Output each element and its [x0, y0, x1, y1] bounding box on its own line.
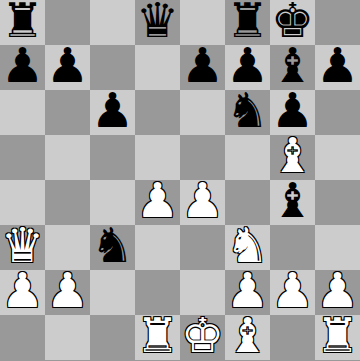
square-g2[interactable]: ♟	[270, 270, 315, 315]
white-rook-piece[interactable]: ♜	[136, 313, 179, 358]
square-b1[interactable]	[45, 315, 90, 360]
black-pawn-piece[interactable]: ♟	[91, 88, 134, 133]
square-c6[interactable]: ♟	[90, 90, 135, 135]
square-h5[interactable]	[315, 135, 360, 180]
square-b7[interactable]: ♟	[45, 45, 90, 90]
square-h4[interactable]	[315, 180, 360, 225]
square-f6[interactable]: ♞	[225, 90, 270, 135]
square-d4[interactable]: ♟	[135, 180, 180, 225]
square-a5[interactable]	[0, 135, 45, 180]
square-a2[interactable]: ♟	[0, 270, 45, 315]
white-king-piece[interactable]: ♚	[181, 313, 224, 358]
square-d6[interactable]	[135, 90, 180, 135]
square-e3[interactable]	[180, 225, 225, 270]
square-g4[interactable]: ♝	[270, 180, 315, 225]
black-knight-piece[interactable]: ♞	[226, 88, 269, 133]
square-h1[interactable]: ♜	[315, 315, 360, 360]
square-e6[interactable]	[180, 90, 225, 135]
square-d1[interactable]: ♜	[135, 315, 180, 360]
black-pawn-piece[interactable]: ♟	[181, 43, 224, 88]
square-b4[interactable]	[45, 180, 90, 225]
black-pawn-piece[interactable]: ♟	[46, 43, 89, 88]
square-h6[interactable]	[315, 90, 360, 135]
black-queen-piece[interactable]: ♛	[136, 0, 179, 43]
black-pawn-piece[interactable]: ♟	[1, 43, 44, 88]
white-pawn-piece[interactable]: ♟	[46, 268, 89, 313]
chess-board: ♜♛♜♚♟♟♟♟♝♟♟♞♟♝♟♟♝♛♞♞♟♟♟♟♟♜♚♝♜	[0, 0, 360, 360]
square-b6[interactable]	[45, 90, 90, 135]
square-g1[interactable]	[270, 315, 315, 360]
square-e7[interactable]: ♟	[180, 45, 225, 90]
square-c8[interactable]	[90, 0, 135, 45]
black-bishop-piece[interactable]: ♝	[271, 178, 314, 223]
square-b5[interactable]	[45, 135, 90, 180]
square-c5[interactable]	[90, 135, 135, 180]
black-pawn-piece[interactable]: ♟	[316, 43, 359, 88]
white-bishop-piece[interactable]: ♝	[226, 313, 269, 358]
square-d7[interactable]	[135, 45, 180, 90]
black-knight-piece[interactable]: ♞	[91, 223, 134, 268]
square-e1[interactable]: ♚	[180, 315, 225, 360]
square-a6[interactable]	[0, 90, 45, 135]
white-pawn-piece[interactable]: ♟	[271, 268, 314, 313]
square-c2[interactable]	[90, 270, 135, 315]
square-h7[interactable]: ♟	[315, 45, 360, 90]
white-pawn-piece[interactable]: ♟	[136, 178, 179, 223]
square-e4[interactable]: ♟	[180, 180, 225, 225]
square-c1[interactable]	[90, 315, 135, 360]
square-a1[interactable]	[0, 315, 45, 360]
square-d8[interactable]: ♛	[135, 0, 180, 45]
square-a7[interactable]: ♟	[0, 45, 45, 90]
square-b2[interactable]: ♟	[45, 270, 90, 315]
square-d3[interactable]	[135, 225, 180, 270]
white-rook-piece[interactable]: ♜	[316, 313, 359, 358]
square-f5[interactable]	[225, 135, 270, 180]
white-pawn-piece[interactable]: ♟	[181, 178, 224, 223]
white-pawn-piece[interactable]: ♟	[1, 268, 44, 313]
square-f1[interactable]: ♝	[225, 315, 270, 360]
square-c3[interactable]: ♞	[90, 225, 135, 270]
